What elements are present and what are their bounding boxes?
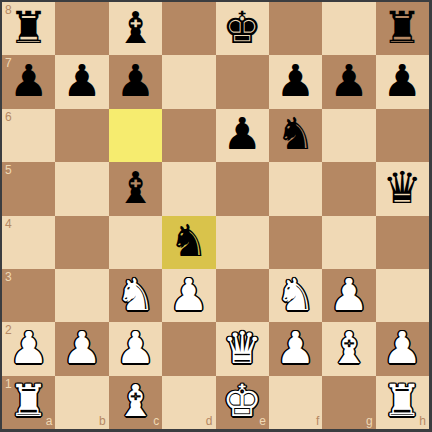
square-g1[interactable]: g [322,376,375,429]
black-knight[interactable]: ♞ [169,219,208,263]
square-f8[interactable] [269,2,322,55]
square-h5[interactable]: ♛ [376,162,429,215]
square-c3[interactable]: ♞ [109,269,162,322]
file-label-d: d [206,415,213,427]
white-rook[interactable]: ♜ [9,379,48,423]
black-rook[interactable]: ♜ [383,6,422,50]
white-bishop[interactable]: ♝ [116,379,155,423]
square-a8[interactable]: 8♜ [2,2,55,55]
square-a4[interactable]: 4 [2,216,55,269]
black-pawn[interactable]: ♟ [62,59,101,103]
square-f1[interactable]: f [269,376,322,429]
square-c8[interactable]: ♝ [109,2,162,55]
square-d1[interactable]: d [162,376,215,429]
white-pawn[interactable]: ♟ [9,326,48,370]
square-d7[interactable] [162,55,215,108]
black-queen[interactable]: ♛ [383,166,422,210]
black-rook[interactable]: ♜ [9,6,48,50]
square-f2[interactable]: ♟ [269,322,322,375]
file-label-f: f [316,415,319,427]
black-bishop[interactable]: ♝ [116,166,155,210]
square-g4[interactable] [322,216,375,269]
square-b6[interactable] [55,109,108,162]
square-h8[interactable]: ♜ [376,2,429,55]
square-e4[interactable] [216,216,269,269]
square-e1[interactable]: e♚ [216,376,269,429]
square-b7[interactable]: ♟ [55,55,108,108]
square-b5[interactable] [55,162,108,215]
white-pawn[interactable]: ♟ [276,326,315,370]
white-queen[interactable]: ♛ [222,326,261,370]
file-label-b: b [99,415,106,427]
white-rook[interactable]: ♜ [383,379,422,423]
square-g2[interactable]: ♝ [322,322,375,375]
square-d8[interactable] [162,2,215,55]
square-d3[interactable]: ♟ [162,269,215,322]
square-a6[interactable]: 6 [2,109,55,162]
black-pawn[interactable]: ♟ [116,59,155,103]
white-pawn[interactable]: ♟ [169,273,208,317]
file-label-g: g [366,415,373,427]
square-e2[interactable]: ♛ [216,322,269,375]
black-pawn[interactable]: ♟ [9,59,48,103]
square-d4[interactable]: ♞ [162,216,215,269]
black-pawn[interactable]: ♟ [329,59,368,103]
black-pawn[interactable]: ♟ [276,59,315,103]
square-d2[interactable] [162,322,215,375]
black-knight[interactable]: ♞ [276,112,315,156]
rank-label-5: 5 [5,164,12,176]
square-f5[interactable] [269,162,322,215]
square-g7[interactable]: ♟ [322,55,375,108]
square-h3[interactable] [376,269,429,322]
square-c4[interactable] [109,216,162,269]
square-e5[interactable] [216,162,269,215]
square-h2[interactable]: ♟ [376,322,429,375]
rank-label-3: 3 [5,271,12,283]
square-b8[interactable] [55,2,108,55]
square-g6[interactable] [322,109,375,162]
square-d5[interactable] [162,162,215,215]
square-a5[interactable]: 5 [2,162,55,215]
square-g5[interactable] [322,162,375,215]
square-e3[interactable] [216,269,269,322]
square-h1[interactable]: h♜ [376,376,429,429]
square-g8[interactable] [322,2,375,55]
rank-label-4: 4 [5,218,12,230]
square-c1[interactable]: c♝ [109,376,162,429]
square-f6[interactable]: ♞ [269,109,322,162]
black-pawn[interactable]: ♟ [222,112,261,156]
square-h6[interactable] [376,109,429,162]
square-b1[interactable]: b [55,376,108,429]
black-pawn[interactable]: ♟ [383,59,422,103]
rank-label-6: 6 [5,111,12,123]
square-g3[interactable]: ♟ [322,269,375,322]
square-c2[interactable]: ♟ [109,322,162,375]
black-king[interactable]: ♚ [222,6,261,50]
square-d6[interactable] [162,109,215,162]
square-c6[interactable] [109,109,162,162]
white-pawn[interactable]: ♟ [62,326,101,370]
square-f4[interactable] [269,216,322,269]
white-knight[interactable]: ♞ [116,273,155,317]
chess-board: 8♜♝♚♜7♟♟♟♟♟♟6♟♞5♝♛4♞3♞♟♞♟2♟♟♟♛♟♝♟1a♜bc♝d… [0,0,432,432]
white-king[interactable]: ♚ [222,379,261,423]
square-c5[interactable]: ♝ [109,162,162,215]
white-pawn[interactable]: ♟ [383,326,422,370]
white-bishop[interactable]: ♝ [329,326,368,370]
square-f3[interactable]: ♞ [269,269,322,322]
square-e7[interactable] [216,55,269,108]
white-knight[interactable]: ♞ [276,273,315,317]
square-e6[interactable]: ♟ [216,109,269,162]
square-b4[interactable] [55,216,108,269]
white-pawn[interactable]: ♟ [329,273,368,317]
square-e8[interactable]: ♚ [216,2,269,55]
square-a2[interactable]: 2♟ [2,322,55,375]
square-a1[interactable]: 1a♜ [2,376,55,429]
square-h7[interactable]: ♟ [376,55,429,108]
square-a3[interactable]: 3 [2,269,55,322]
square-b2[interactable]: ♟ [55,322,108,375]
square-a7[interactable]: 7♟ [2,55,55,108]
square-f7[interactable]: ♟ [269,55,322,108]
square-c7[interactable]: ♟ [109,55,162,108]
square-b3[interactable] [55,269,108,322]
black-bishop[interactable]: ♝ [116,6,155,50]
white-pawn[interactable]: ♟ [116,326,155,370]
square-h4[interactable] [376,216,429,269]
chess-board-container: 8♜♝♚♜7♟♟♟♟♟♟6♟♞5♝♛4♞3♞♟♞♟2♟♟♟♛♟♝♟1a♜bc♝d… [0,0,432,432]
